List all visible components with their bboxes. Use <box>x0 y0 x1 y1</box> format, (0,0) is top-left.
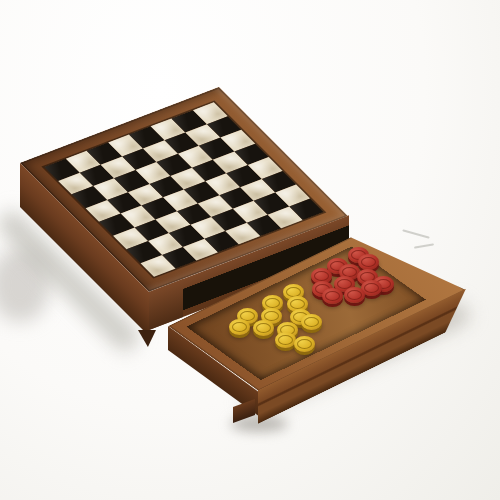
red-checker-piece[interactable] <box>322 288 343 304</box>
red-checker-piece[interactable] <box>358 254 379 270</box>
red-checker-ring-detail <box>325 291 340 301</box>
pieces-layer <box>0 0 500 500</box>
yellow-checker-ring-detail <box>256 323 271 333</box>
red-checker-piece[interactable] <box>344 287 365 303</box>
yellow-checker-ring-detail <box>278 335 293 345</box>
yellow-checker-ring-detail <box>297 339 312 349</box>
yellow-checker-ring-detail <box>290 299 305 309</box>
photo-canvas <box>0 0 500 500</box>
yellow-checker-ring-detail <box>304 317 319 327</box>
yellow-checker-piece[interactable] <box>253 320 274 336</box>
red-checker-ring-detail <box>347 290 362 300</box>
yellow-checker-ring-detail <box>265 298 280 308</box>
red-checker-ring-detail <box>314 271 329 281</box>
yellow-checker-piece[interactable] <box>275 332 296 348</box>
yellow-checker-ring-detail <box>232 322 247 332</box>
red-checker-ring-detail <box>364 283 379 293</box>
red-checker-ring-detail <box>361 257 376 267</box>
yellow-checker-piece[interactable] <box>229 319 250 335</box>
yellow-checker-piece[interactable] <box>294 336 315 352</box>
yellow-checker-piece[interactable] <box>301 314 322 330</box>
